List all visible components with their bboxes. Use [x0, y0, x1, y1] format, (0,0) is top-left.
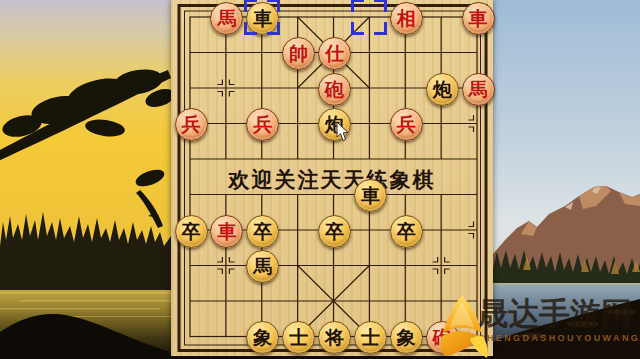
piece-black-将[interactable]: 将 — [318, 321, 351, 354]
piece-red-砲[interactable]: 砲 — [318, 73, 351, 106]
piece-red-車[interactable]: 車 — [210, 215, 243, 248]
piece-glyph: 卒 — [325, 222, 344, 241]
piece-glyph: 兵 — [253, 115, 272, 134]
piece-red-車[interactable]: 車 — [462, 2, 495, 35]
shoreline — [493, 283, 640, 285]
piece-black-象[interactable]: 象 — [390, 321, 423, 354]
screenshot: 欢迎关注天天练象棋 馬車相車帥仕砲炮馬兵兵炮兵車卒車卒卒卒馬象士将士象砲 晟达手… — [0, 0, 640, 359]
piece-glyph: 炮 — [433, 80, 452, 99]
piece-black-卒[interactable]: 卒 — [246, 215, 279, 248]
piece-glyph: 象 — [397, 328, 416, 347]
piece-glyph: 卒 — [182, 222, 201, 241]
piece-glyph: 車 — [253, 9, 272, 28]
piece-red-馬[interactable]: 馬 — [462, 73, 495, 106]
piece-red-相[interactable]: 相 — [390, 2, 423, 35]
piece-glyph: 馬 — [217, 9, 236, 28]
piece-glyph: 士 — [361, 328, 380, 347]
piece-glyph: 仕 — [325, 44, 344, 63]
piece-black-卒[interactable]: 卒 — [390, 215, 423, 248]
piece-black-卒[interactable]: 卒 — [318, 215, 351, 248]
piece-red-兵[interactable]: 兵 — [175, 108, 208, 141]
piece-glyph: 卒 — [253, 222, 272, 241]
piece-glyph: 兵 — [397, 115, 416, 134]
river-banner-text: 欢迎关注天天练象棋 — [171, 166, 493, 194]
watermark-title: 晟达手游网 — [477, 293, 632, 335]
triangle-ribbon-logo-icon — [431, 292, 495, 359]
background-left-sunset — [0, 0, 171, 359]
piece-black-士[interactable]: 士 — [354, 321, 387, 354]
piece-red-仕[interactable]: 仕 — [318, 37, 351, 70]
sunset-lake-scenery — [0, 0, 171, 359]
piece-glyph: 馬 — [469, 80, 488, 99]
piece-glyph: 相 — [397, 9, 416, 28]
piece-black-士[interactable]: 士 — [282, 321, 315, 354]
piece-glyph: 車 — [361, 186, 380, 205]
piece-glyph: 馬 — [253, 257, 272, 276]
piece-black-卒[interactable]: 卒 — [175, 215, 208, 248]
piece-glyph: 象 — [253, 328, 272, 347]
piece-black-車[interactable]: 車 — [246, 2, 279, 35]
watermark-subtitle: CHENGDASHOUYOUWANG — [478, 333, 640, 343]
piece-glyph: 車 — [217, 222, 236, 241]
piece-glyph: 兵 — [182, 115, 201, 134]
piece-red-兵[interactable]: 兵 — [390, 108, 423, 141]
piece-glyph: 帥 — [289, 44, 308, 63]
piece-glyph: 砲 — [325, 80, 344, 99]
piece-glyph: 将 — [325, 328, 344, 347]
piece-black-炮[interactable]: 炮 — [426, 73, 459, 106]
piece-red-馬[interactable]: 馬 — [210, 2, 243, 35]
piece-glyph: 卒 — [397, 222, 416, 241]
piece-red-帥[interactable]: 帥 — [282, 37, 315, 70]
piece-black-車[interactable]: 車 — [354, 179, 387, 212]
piece-glyph: 車 — [469, 9, 488, 28]
mouse-cursor — [336, 122, 350, 142]
piece-glyph: 士 — [289, 328, 308, 347]
